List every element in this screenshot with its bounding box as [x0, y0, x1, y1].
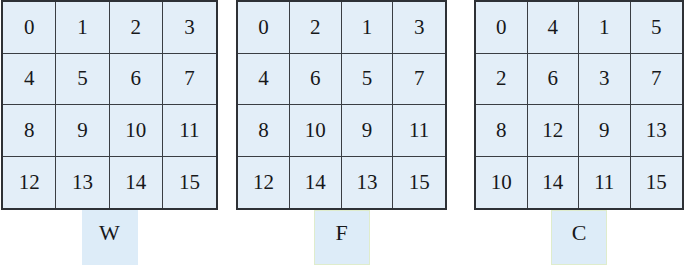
grid-cell: 0	[238, 2, 290, 54]
grid-cell: 7	[163, 54, 216, 106]
grid-cell: 12	[528, 105, 580, 157]
grid-cell: 15	[163, 157, 216, 209]
grid-cell: 8	[3, 105, 56, 157]
grid-cell: 9	[56, 105, 109, 157]
grid-cell: 6	[110, 54, 163, 106]
grid-cell: 3	[579, 54, 631, 106]
grid-cell: 6	[528, 54, 580, 106]
board-label-w: W	[82, 210, 138, 265]
board-section-w: 0123456789101112131415 W	[1, 0, 218, 265]
board-label-c: C	[551, 210, 607, 265]
grid-cell: 1	[342, 2, 394, 54]
grid-cell: 3	[393, 2, 445, 54]
board-section-c: 0415263781291310141115 C	[474, 0, 684, 265]
figure-canvas: 0123456789101112131415 W 021346578109111…	[0, 0, 685, 265]
grid-board-f: 0213465781091112141315	[236, 0, 447, 210]
grid-cell: 10	[290, 105, 342, 157]
grid-cell: 0	[476, 2, 528, 54]
grid-cell: 13	[342, 157, 394, 209]
grid-cell: 4	[528, 2, 580, 54]
grid-cell: 10	[476, 157, 528, 209]
grid-cell: 8	[238, 105, 290, 157]
grid-cell: 4	[238, 54, 290, 106]
board-label-f: F	[314, 210, 370, 265]
grid-cell: 2	[476, 54, 528, 106]
grid-cell: 11	[163, 105, 216, 157]
grid-cell: 11	[393, 105, 445, 157]
grid-cell: 9	[579, 105, 631, 157]
grid-cell: 14	[528, 157, 580, 209]
grid-board-w: 0123456789101112131415	[1, 0, 218, 210]
grid-cell: 2	[290, 2, 342, 54]
grid-cell: 12	[3, 157, 56, 209]
grid-cell: 4	[3, 54, 56, 106]
grid-cell: 15	[393, 157, 445, 209]
board-section-f: 0213465781091112141315 F	[236, 0, 447, 265]
grid-cell: 7	[631, 54, 683, 106]
grid-cell: 8	[476, 105, 528, 157]
grid-cell: 3	[163, 2, 216, 54]
grid-cell: 13	[56, 157, 109, 209]
grid-cell: 14	[110, 157, 163, 209]
grid-cell: 5	[342, 54, 394, 106]
grid-cell: 15	[631, 157, 683, 209]
grid-cell: 5	[56, 54, 109, 106]
grid-board-c: 0415263781291310141115	[474, 0, 684, 210]
grid-cell: 10	[110, 105, 163, 157]
grid-cell: 1	[56, 2, 109, 54]
grid-cell: 14	[290, 157, 342, 209]
grid-cell: 7	[393, 54, 445, 106]
grid-cell: 11	[579, 157, 631, 209]
grid-cell: 9	[342, 105, 394, 157]
grid-cell: 6	[290, 54, 342, 106]
grid-cell: 13	[631, 105, 683, 157]
grid-cell: 12	[238, 157, 290, 209]
grid-cell: 0	[3, 2, 56, 54]
grid-cell: 1	[579, 2, 631, 54]
grid-cell: 2	[110, 2, 163, 54]
grid-cell: 5	[631, 2, 683, 54]
